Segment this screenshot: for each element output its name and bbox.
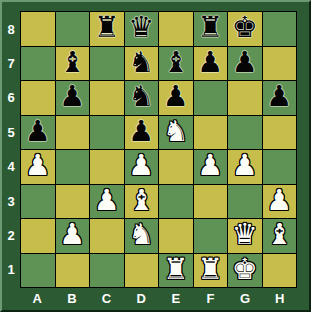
file-label-d: D: [124, 288, 159, 309]
piece-black-bishop[interactable]: ♝: [59, 48, 85, 77]
square-a2[interactable]: [21, 219, 55, 253]
piece-white-knight[interactable]: ♞: [128, 220, 154, 249]
square-e5[interactable]: ♞: [159, 116, 193, 150]
rank-label-7: 7: [2, 46, 20, 80]
piece-white-pawn[interactable]: ♟: [25, 151, 51, 180]
chess-board: ♜♛♜♚♝♞♝♟♟♟♞♟♟♟♟♞♟♟♟♟♟♝♟♟♞♛♝♜♜♚: [20, 11, 297, 288]
square-b1[interactable]: [56, 254, 90, 288]
file-label-h: H: [262, 288, 297, 309]
square-c8[interactable]: ♜: [90, 12, 124, 46]
square-g4[interactable]: ♟: [228, 150, 262, 184]
piece-black-pawn[interactable]: ♟: [128, 117, 154, 146]
piece-white-pawn[interactable]: ♟: [128, 151, 154, 180]
square-e7[interactable]: ♝: [159, 47, 193, 81]
piece-white-knight[interactable]: ♞: [163, 117, 189, 146]
square-f3[interactable]: [194, 185, 228, 219]
file-label-c: C: [89, 288, 124, 309]
square-b4[interactable]: [56, 150, 90, 184]
file-label-e: E: [159, 288, 194, 309]
piece-black-rook[interactable]: ♜: [94, 13, 120, 42]
square-e8[interactable]: [159, 12, 193, 46]
square-f1[interactable]: ♜: [194, 254, 228, 288]
piece-white-bishop[interactable]: ♝: [266, 220, 292, 249]
square-b3[interactable]: [56, 185, 90, 219]
square-a7[interactable]: [21, 47, 55, 81]
square-a5[interactable]: ♟: [21, 116, 55, 150]
square-d3[interactable]: ♝: [125, 185, 159, 219]
piece-black-knight[interactable]: ♞: [128, 82, 154, 111]
square-c6[interactable]: [90, 81, 124, 115]
piece-black-pawn[interactable]: ♟: [59, 82, 85, 111]
square-h4[interactable]: [263, 150, 297, 184]
square-g2[interactable]: ♛: [228, 219, 262, 253]
square-e6[interactable]: ♟: [159, 81, 193, 115]
square-a1[interactable]: [21, 254, 55, 288]
piece-black-king[interactable]: ♚: [232, 13, 258, 42]
square-f2[interactable]: [194, 219, 228, 253]
square-h7[interactable]: [263, 47, 297, 81]
file-label-g: G: [228, 288, 263, 309]
piece-white-bishop[interactable]: ♝: [128, 186, 154, 215]
piece-black-pawn[interactable]: ♟: [25, 117, 51, 146]
square-c7[interactable]: [90, 47, 124, 81]
file-label-f: F: [193, 288, 228, 309]
file-labels: ABCDEFGH: [20, 288, 297, 309]
square-e2[interactable]: [159, 219, 193, 253]
piece-white-king[interactable]: ♚: [232, 255, 258, 284]
square-d8[interactable]: ♛: [125, 12, 159, 46]
square-b7[interactable]: ♝: [56, 47, 90, 81]
square-h8[interactable]: [263, 12, 297, 46]
square-g6[interactable]: [228, 81, 262, 115]
square-g8[interactable]: ♚: [228, 12, 262, 46]
file-label-a: A: [20, 288, 55, 309]
piece-black-knight[interactable]: ♞: [128, 48, 154, 77]
square-a6[interactable]: [21, 81, 55, 115]
piece-white-rook[interactable]: ♜: [163, 255, 189, 284]
rank-label-1: 1: [2, 253, 20, 287]
square-g3[interactable]: [228, 185, 262, 219]
square-c2[interactable]: [90, 219, 124, 253]
square-d5[interactable]: ♟: [125, 116, 159, 150]
square-f5[interactable]: [194, 116, 228, 150]
piece-black-pawn[interactable]: ♟: [197, 48, 223, 77]
square-e3[interactable]: [159, 185, 193, 219]
square-h6[interactable]: ♟: [263, 81, 297, 115]
square-h3[interactable]: ♟: [263, 185, 297, 219]
piece-black-pawn[interactable]: ♟: [163, 82, 189, 111]
square-h5[interactable]: [263, 116, 297, 150]
square-h1[interactable]: [263, 254, 297, 288]
square-d7[interactable]: ♞: [125, 47, 159, 81]
piece-white-rook[interactable]: ♜: [197, 255, 223, 284]
piece-black-bishop[interactable]: ♝: [163, 48, 189, 77]
rank-label-8: 8: [2, 12, 20, 46]
square-g5[interactable]: [228, 116, 262, 150]
square-a8[interactable]: [21, 12, 55, 46]
square-d1[interactable]: [125, 254, 159, 288]
square-d6[interactable]: ♞: [125, 81, 159, 115]
square-g1[interactable]: ♚: [228, 254, 262, 288]
square-b5[interactable]: [56, 116, 90, 150]
square-f6[interactable]: [194, 81, 228, 115]
chess-board-frame: 87654321 ♜♛♜♚♝♞♝♟♟♟♞♟♟♟♟♞♟♟♟♟♟♝♟♟♞♛♝♜♜♚ …: [0, 0, 311, 312]
piece-black-queen[interactable]: ♛: [128, 13, 154, 42]
rank-label-3: 3: [2, 184, 20, 218]
file-label-b: B: [55, 288, 90, 309]
square-a4[interactable]: ♟: [21, 150, 55, 184]
square-c1[interactable]: [90, 254, 124, 288]
square-h2[interactable]: ♝: [263, 219, 297, 253]
square-f8[interactable]: ♜: [194, 12, 228, 46]
square-e1[interactable]: ♜: [159, 254, 193, 288]
square-a3[interactable]: [21, 185, 55, 219]
square-f7[interactable]: ♟: [194, 47, 228, 81]
piece-black-pawn[interactable]: ♟: [266, 82, 292, 111]
piece-black-pawn[interactable]: ♟: [232, 48, 258, 77]
square-g7[interactable]: ♟: [228, 47, 262, 81]
rank-labels: 87654321: [2, 12, 20, 287]
piece-white-pawn[interactable]: ♟: [197, 151, 223, 180]
piece-black-rook[interactable]: ♜: [197, 13, 223, 42]
square-b8[interactable]: [56, 12, 90, 46]
rank-label-4: 4: [2, 150, 20, 184]
square-c5[interactable]: [90, 116, 124, 150]
square-c4[interactable]: [90, 150, 124, 184]
square-e4[interactable]: [159, 150, 193, 184]
rank-label-5: 5: [2, 115, 20, 149]
square-f4[interactable]: ♟: [194, 150, 228, 184]
piece-white-pawn[interactable]: ♟: [266, 186, 292, 215]
square-d4[interactable]: ♟: [125, 150, 159, 184]
piece-white-pawn[interactable]: ♟: [232, 151, 258, 180]
rank-label-2: 2: [2, 218, 20, 252]
rank-label-6: 6: [2, 81, 20, 115]
piece-white-pawn[interactable]: ♟: [94, 186, 120, 215]
square-b6[interactable]: ♟: [56, 81, 90, 115]
square-b2[interactable]: ♟: [56, 219, 90, 253]
piece-white-pawn[interactable]: ♟: [59, 220, 85, 249]
piece-white-queen[interactable]: ♛: [232, 220, 258, 249]
square-c3[interactable]: ♟: [90, 185, 124, 219]
square-d2[interactable]: ♞: [125, 219, 159, 253]
